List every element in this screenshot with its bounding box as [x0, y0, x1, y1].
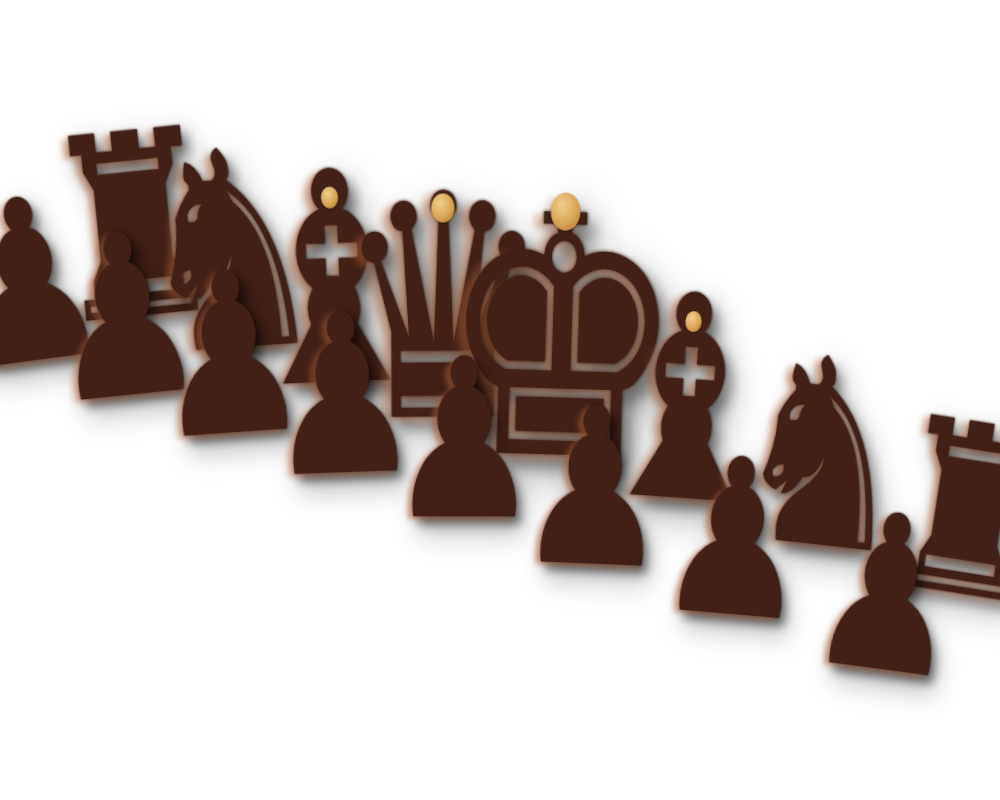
piece-dark-bishop[interactable]: ♝ — [582, 291, 793, 511]
inlay-strip-left — [0, 268, 179, 791]
pieces-layer: ♜♞♝♛♚♝♞♜♟♟♟♟♟♟♟♟ — [0, 0, 1000, 800]
board-square[interactable] — [157, 309, 350, 384]
chess-set-photo: Rosewood Staunton chess army set up in s… — [0, 0, 1000, 800]
board-square[interactable] — [383, 565, 628, 696]
board-square[interactable] — [255, 638, 522, 789]
board-square[interactable] — [48, 350, 254, 434]
piece-dark-pawn[interactable]: ♟ — [38, 228, 211, 407]
inlay-strip-top — [152, 268, 1000, 582]
chess-board — [0, 255, 1000, 800]
board-square[interactable] — [858, 529, 1000, 648]
board-square[interactable] — [675, 671, 932, 800]
board-square[interactable] — [471, 408, 675, 501]
piece-dark-pawn[interactable]: ♟ — [387, 360, 541, 521]
piece-dark-pawn[interactable]: ♟ — [262, 313, 423, 480]
board-square[interactable] — [628, 546, 858, 670]
board-square[interactable] — [370, 460, 590, 565]
board-square[interactable] — [560, 759, 842, 800]
piece-dark-pawn[interactable]: ♟ — [653, 454, 817, 624]
board-square[interactable] — [773, 595, 1000, 731]
piece-dark-pawn[interactable]: ♟ — [0, 191, 115, 375]
board-square[interactable] — [255, 421, 471, 518]
board-square[interactable] — [0, 490, 137, 605]
board-grid — [0, 280, 1000, 800]
boxwood-finial-icon — [685, 310, 703, 332]
inlay-strip-right — [0, 564, 1000, 800]
board-square[interactable] — [255, 518, 494, 638]
board-square[interactable] — [148, 384, 359, 474]
board-square[interactable] — [137, 475, 370, 585]
piece-dark-pawn[interactable]: ♟ — [515, 405, 674, 571]
boxwood-finial-icon — [321, 186, 339, 209]
boxwood-finial-icon — [431, 194, 454, 224]
piece-dark-rook[interactable]: ♜ — [874, 414, 1000, 610]
piece-dark-bishop[interactable]: ♝ — [227, 170, 440, 391]
board-square[interactable] — [27, 434, 255, 536]
board-square[interactable] — [590, 445, 799, 546]
board-square[interactable] — [0, 662, 255, 800]
board-square[interactable] — [494, 501, 719, 615]
board-square[interactable] — [0, 751, 106, 800]
board-square[interactable] — [523, 616, 773, 759]
inlay-strip-bottom — [0, 764, 38, 800]
board-square[interactable] — [106, 722, 401, 800]
piece-dark-pawn[interactable]: ♟ — [146, 269, 313, 443]
piece-dark-rook[interactable]: ♜ — [36, 127, 232, 330]
board-square[interactable] — [123, 585, 383, 723]
board-square[interactable] — [0, 555, 2, 687]
board-square[interactable] — [0, 448, 27, 554]
piece-dark-pawn[interactable]: ♟ — [803, 507, 973, 683]
piece-dark-king[interactable]: ♚ — [435, 201, 689, 466]
board-square[interactable] — [2, 536, 256, 662]
piece-dark-queen[interactable]: ♛ — [334, 196, 552, 424]
piece-dark-knight[interactable]: ♞ — [723, 351, 924, 559]
board-square[interactable] — [400, 696, 675, 800]
board-square[interactable] — [66, 280, 255, 350]
board-square[interactable] — [0, 606, 123, 751]
piece-dark-knight[interactable]: ♞ — [128, 147, 333, 360]
board-square[interactable] — [359, 373, 559, 460]
board-square[interactable] — [256, 789, 560, 800]
board-square[interactable] — [719, 485, 932, 594]
board-square[interactable] — [255, 340, 452, 421]
board-square[interactable] — [0, 361, 48, 448]
board-square[interactable] — [0, 396, 148, 490]
boxwood-finial-icon — [550, 192, 581, 232]
board-square[interactable] — [0, 318, 157, 396]
